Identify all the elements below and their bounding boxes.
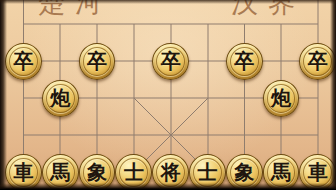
board-point-r3c5[interactable]	[189, 117, 226, 154]
piece-black-soldier[interactable]: 卒	[79, 43, 116, 80]
board-point-r2c3[interactable]	[115, 80, 152, 117]
piece-glyph: 馬	[271, 162, 291, 182]
board-point-r4c3[interactable]: 士	[115, 154, 152, 190]
board-point-r4c1[interactable]: 馬	[42, 154, 79, 190]
board-point-r0c5[interactable]	[189, 6, 226, 43]
board-point-r2c7[interactable]: 炮	[263, 80, 300, 117]
board-grid: 卒卒卒卒卒炮炮車馬象士将士象馬車	[5, 6, 336, 190]
board-point-r1c8[interactable]: 卒	[299, 43, 336, 80]
board-point-r1c3[interactable]	[115, 43, 152, 80]
piece-black-general[interactable]: 将	[152, 154, 189, 190]
board-point-r1c4[interactable]: 卒	[152, 43, 189, 80]
piece-glyph: 炮	[271, 88, 291, 108]
board-point-r2c0[interactable]	[5, 80, 42, 117]
board-point-r4c5[interactable]: 士	[189, 154, 226, 190]
piece-black-cannon[interactable]: 炮	[42, 80, 79, 117]
board-point-r3c1[interactable]	[42, 117, 79, 154]
board-point-r3c7[interactable]	[263, 117, 300, 154]
board-point-r3c0[interactable]	[5, 117, 42, 154]
board-point-r3c2[interactable]	[79, 117, 116, 154]
board-point-r2c6[interactable]	[226, 80, 263, 117]
board-point-r2c5[interactable]	[189, 80, 226, 117]
piece-black-horse[interactable]: 馬	[42, 154, 79, 190]
board-point-r4c2[interactable]: 象	[79, 154, 116, 190]
piece-glyph: 士	[124, 162, 144, 182]
board-point-r0c7[interactable]	[263, 6, 300, 43]
board-point-r3c4[interactable]	[152, 117, 189, 154]
piece-glyph: 車	[308, 162, 328, 182]
piece-black-chariot[interactable]: 車	[5, 154, 42, 190]
board-point-r4c8[interactable]: 車	[299, 154, 336, 190]
board-point-r0c3[interactable]	[115, 6, 152, 43]
board-point-r2c2[interactable]	[79, 80, 116, 117]
piece-black-soldier[interactable]: 卒	[226, 43, 263, 80]
piece-black-soldier[interactable]: 卒	[5, 43, 42, 80]
piece-black-chariot[interactable]: 車	[299, 154, 336, 190]
piece-black-elephant[interactable]: 象	[79, 154, 116, 190]
board-point-r0c2[interactable]	[79, 6, 116, 43]
piece-black-advisor[interactable]: 士	[115, 154, 152, 190]
board-point-r1c2[interactable]: 卒	[79, 43, 116, 80]
piece-glyph: 馬	[50, 162, 70, 182]
board-point-r0c4[interactable]	[152, 6, 189, 43]
piece-glyph: 炮	[50, 88, 70, 108]
piece-glyph: 卒	[13, 51, 33, 71]
board-point-r4c6[interactable]: 象	[226, 154, 263, 190]
board-point-r2c8[interactable]	[299, 80, 336, 117]
board-point-r3c6[interactable]	[226, 117, 263, 154]
piece-black-soldier[interactable]: 卒	[152, 43, 189, 80]
piece-glyph: 象	[87, 162, 107, 182]
board-point-r1c0[interactable]: 卒	[5, 43, 42, 80]
board-point-r0c0[interactable]	[5, 6, 42, 43]
board-point-r2c4[interactable]	[152, 80, 189, 117]
board-point-r0c8[interactable]	[299, 6, 336, 43]
board-point-r3c8[interactable]	[299, 117, 336, 154]
piece-black-elephant[interactable]: 象	[226, 154, 263, 190]
board-point-r4c7[interactable]: 馬	[263, 154, 300, 190]
piece-glyph: 士	[197, 162, 217, 182]
piece-black-cannon[interactable]: 炮	[263, 80, 300, 117]
board-point-r0c1[interactable]	[42, 6, 79, 43]
piece-glyph: 車	[13, 162, 33, 182]
board-point-r1c7[interactable]	[263, 43, 300, 80]
xiangqi-board: 楚河 汉界 卒卒卒卒卒炮炮車馬象士将士象馬車	[0, 0, 336, 189]
board-point-r2c1[interactable]: 炮	[42, 80, 79, 117]
piece-black-horse[interactable]: 馬	[263, 154, 300, 190]
piece-glyph: 卒	[87, 51, 107, 71]
board-point-r1c1[interactable]	[42, 43, 79, 80]
piece-glyph: 卒	[161, 51, 181, 71]
piece-glyph: 卒	[234, 51, 254, 71]
piece-glyph: 卒	[308, 51, 328, 71]
board-point-r3c3[interactable]	[115, 117, 152, 154]
board-point-r0c6[interactable]	[226, 6, 263, 43]
board-point-r4c0[interactable]: 車	[5, 154, 42, 190]
board-point-r1c5[interactable]	[189, 43, 226, 80]
board-point-r4c4[interactable]: 将	[152, 154, 189, 190]
piece-black-advisor[interactable]: 士	[189, 154, 226, 190]
board-point-r1c6[interactable]: 卒	[226, 43, 263, 80]
piece-glyph: 象	[234, 162, 254, 182]
piece-black-soldier[interactable]: 卒	[299, 43, 336, 80]
piece-glyph: 将	[161, 162, 181, 182]
